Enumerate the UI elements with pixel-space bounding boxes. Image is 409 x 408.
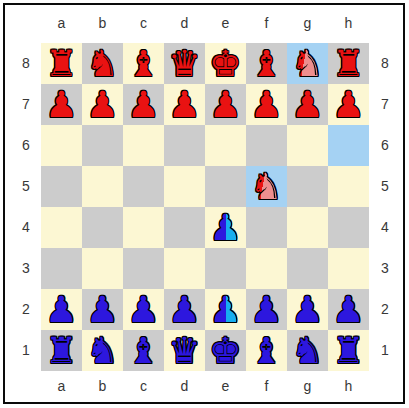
square-b4[interactable]: [82, 207, 123, 248]
square-c3[interactable]: [123, 248, 164, 289]
square-e3[interactable]: [205, 248, 246, 289]
piece-blue-bishop: ♝: [246, 330, 287, 371]
square-g6[interactable]: [287, 125, 328, 166]
square-b7[interactable]: ♟: [82, 84, 123, 125]
rank-labels-left: 87654321: [16, 43, 36, 371]
square-h6[interactable]: [328, 125, 369, 166]
piece-red-knight: ♞: [82, 43, 123, 84]
piece-red-pawn: ♟: [205, 84, 246, 125]
square-g8[interactable]: ♞♞: [287, 43, 328, 84]
knight-two-tone-fill: ♞: [287, 43, 328, 84]
piece-blue-pawn: ♟: [246, 289, 287, 330]
square-e4[interactable]: ♟♟: [205, 207, 246, 248]
rank-label-2-left: 2: [16, 289, 36, 330]
piece-blue-pawn: ♟: [287, 289, 328, 330]
square-h7[interactable]: ♟: [328, 84, 369, 125]
square-d1[interactable]: ♛: [164, 330, 205, 371]
rank-label-7-left: 7: [16, 84, 36, 125]
file-label-f-bottom: f: [246, 374, 287, 398]
rank-label-6-left: 6: [16, 125, 36, 166]
file-label-d-top: d: [164, 11, 205, 35]
piece-blue-pawn: ♟♟: [205, 207, 246, 248]
square-e1[interactable]: ♚: [205, 330, 246, 371]
square-g7[interactable]: ♟: [287, 84, 328, 125]
piece-blue-pawn: ♟: [82, 289, 123, 330]
square-h2[interactable]: ♟: [328, 289, 369, 330]
square-h1[interactable]: ♜: [328, 330, 369, 371]
piece-red-bishop: ♝: [123, 43, 164, 84]
file-label-b-top: b: [82, 11, 123, 35]
rank-label-5-right: 5: [375, 166, 395, 207]
square-a7[interactable]: ♟: [41, 84, 82, 125]
file-label-c-top: c: [123, 11, 164, 35]
piece-red-pawn: ♟: [41, 84, 82, 125]
file-label-b-bottom: b: [82, 374, 123, 398]
piece-blue-rook: ♜: [41, 330, 82, 371]
piece-red-pawn: ♟: [287, 84, 328, 125]
file-label-e-bottom: e: [205, 374, 246, 398]
square-d7[interactable]: ♟: [164, 84, 205, 125]
square-c4[interactable]: [123, 207, 164, 248]
square-b8[interactable]: ♞: [82, 43, 123, 84]
square-f5[interactable]: ♞♞: [246, 166, 287, 207]
square-a8[interactable]: ♜: [41, 43, 82, 84]
file-label-c-bottom: c: [123, 374, 164, 398]
piece-red-pawn: ♟: [246, 84, 287, 125]
chess-app-window: abcdefgh 87654321 87654321 ♜♞♝♛♚♝♞♞♜♟♟♟♟…: [0, 0, 409, 408]
square-e5[interactable]: [205, 166, 246, 207]
square-c6[interactable]: [123, 125, 164, 166]
square-h3[interactable]: [328, 248, 369, 289]
square-b1[interactable]: ♞: [82, 330, 123, 371]
square-e8[interactable]: ♚: [205, 43, 246, 84]
square-h4[interactable]: [328, 207, 369, 248]
piece-blue-knight: ♞: [82, 330, 123, 371]
rank-label-4-left: 4: [16, 207, 36, 248]
square-f6[interactable]: [246, 125, 287, 166]
file-label-g-top: g: [287, 11, 328, 35]
piece-blue-pawn: ♟: [328, 289, 369, 330]
square-c7[interactable]: ♟: [123, 84, 164, 125]
pawn-two-tone-fill: ♟: [205, 289, 246, 330]
file-label-h-bottom: h: [328, 374, 369, 398]
square-d8[interactable]: ♛: [164, 43, 205, 84]
square-a3[interactable]: [41, 248, 82, 289]
rank-label-1-left: 1: [16, 330, 36, 371]
rank-label-8-right: 8: [375, 43, 395, 84]
chess-board: ♜♞♝♛♚♝♞♞♜♟♟♟♟♟♟♟♟♞♞♟♟♟♟♟♟♟♟♟♟♟♜♞♝♛♚♝♞♜: [41, 43, 369, 371]
square-d3[interactable]: [164, 248, 205, 289]
piece-blue-pawn: ♟♟: [205, 289, 246, 330]
square-c2[interactable]: ♟: [123, 289, 164, 330]
square-g3[interactable]: [287, 248, 328, 289]
square-b2[interactable]: ♟: [82, 289, 123, 330]
square-d4[interactable]: [164, 207, 205, 248]
file-label-h-top: h: [328, 11, 369, 35]
square-e6[interactable]: [205, 125, 246, 166]
square-b3[interactable]: [82, 248, 123, 289]
piece-blue-bishop: ♝: [123, 330, 164, 371]
square-h5[interactable]: [328, 166, 369, 207]
square-f7[interactable]: ♟: [246, 84, 287, 125]
square-a5[interactable]: [41, 166, 82, 207]
file-labels-bottom: abcdefgh: [41, 374, 369, 398]
piece-red-rook: ♜: [41, 43, 82, 84]
piece-red-pawn: ♟: [123, 84, 164, 125]
piece-red-pawn: ♟: [328, 84, 369, 125]
piece-red-queen: ♛: [164, 43, 205, 84]
square-c5[interactable]: [123, 166, 164, 207]
piece-blue-king: ♚: [205, 330, 246, 371]
square-d5[interactable]: [164, 166, 205, 207]
square-a6[interactable]: [41, 125, 82, 166]
piece-blue-pawn: ♟: [123, 289, 164, 330]
piece-blue-rook: ♜: [328, 330, 369, 371]
square-f3[interactable]: [246, 248, 287, 289]
file-label-a-bottom: a: [41, 374, 82, 398]
square-b6[interactable]: [82, 125, 123, 166]
square-f1[interactable]: ♝: [246, 330, 287, 371]
rank-label-8-left: 8: [16, 43, 36, 84]
square-g5[interactable]: [287, 166, 328, 207]
piece-red-pawn: ♟: [164, 84, 205, 125]
square-g2[interactable]: ♟: [287, 289, 328, 330]
square-a2[interactable]: ♟: [41, 289, 82, 330]
file-label-d-bottom: d: [164, 374, 205, 398]
rank-label-5-left: 5: [16, 166, 36, 207]
square-e2[interactable]: ♟♟: [205, 289, 246, 330]
square-c1[interactable]: ♝: [123, 330, 164, 371]
square-d6[interactable]: [164, 125, 205, 166]
rank-label-7-right: 7: [375, 84, 395, 125]
knight-two-tone-fill: ♞: [246, 166, 287, 207]
square-f4[interactable]: [246, 207, 287, 248]
piece-blue-pawn: ♟: [164, 289, 205, 330]
rank-label-2-right: 2: [375, 289, 395, 330]
piece-red-knight: ♞♞: [246, 166, 287, 207]
file-label-e-top: e: [205, 11, 246, 35]
file-label-a-top: a: [41, 11, 82, 35]
rank-label-3-right: 3: [375, 248, 395, 289]
pawn-two-tone-fill: ♟: [205, 207, 246, 248]
square-e7[interactable]: ♟: [205, 84, 246, 125]
square-h8[interactable]: ♜: [328, 43, 369, 84]
rank-label-4-right: 4: [375, 207, 395, 248]
piece-red-bishop: ♝: [246, 43, 287, 84]
file-labels-top: abcdefgh: [41, 11, 369, 35]
square-b5[interactable]: [82, 166, 123, 207]
piece-red-pawn: ♟: [82, 84, 123, 125]
square-a4[interactable]: [41, 207, 82, 248]
square-g4[interactable]: [287, 207, 328, 248]
piece-blue-knight: ♞: [287, 330, 328, 371]
file-label-g-bottom: g: [287, 374, 328, 398]
file-label-f-top: f: [246, 11, 287, 35]
square-a1[interactable]: ♜: [41, 330, 82, 371]
rank-label-3-left: 3: [16, 248, 36, 289]
square-d2[interactable]: ♟: [164, 289, 205, 330]
rank-label-1-right: 1: [375, 330, 395, 371]
square-c8[interactable]: ♝: [123, 43, 164, 84]
square-f8[interactable]: ♝: [246, 43, 287, 84]
piece-red-rook: ♜: [328, 43, 369, 84]
piece-blue-pawn: ♟: [41, 289, 82, 330]
piece-red-knight: ♞♞: [287, 43, 328, 84]
piece-red-king: ♚: [205, 43, 246, 84]
rank-label-6-right: 6: [375, 125, 395, 166]
rank-labels-right: 87654321: [375, 43, 395, 371]
square-f2[interactable]: ♟: [246, 289, 287, 330]
piece-blue-queen: ♛: [164, 330, 205, 371]
square-g1[interactable]: ♞: [287, 330, 328, 371]
